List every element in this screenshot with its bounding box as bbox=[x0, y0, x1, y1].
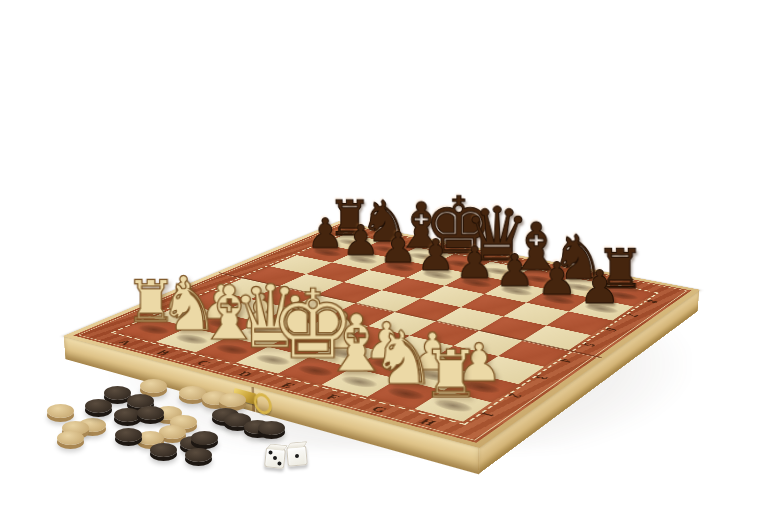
black-pawn-glyph: ♟ bbox=[342, 220, 379, 262]
checker-disc-dark bbox=[150, 443, 177, 457]
die-pip bbox=[295, 454, 299, 458]
die-1-showing-3 bbox=[264, 447, 286, 469]
checker-disc-light bbox=[47, 404, 74, 418]
checker-disc-light bbox=[140, 379, 167, 393]
black-pawn-glyph: ♟ bbox=[495, 248, 535, 292]
white-rook-glyph: ♜ bbox=[421, 341, 480, 407]
black-pawn-glyph: ♟ bbox=[579, 264, 620, 310]
checker-disc-light bbox=[219, 393, 246, 407]
die-pip bbox=[273, 456, 277, 460]
checker-disc-dark bbox=[185, 448, 212, 462]
product-photo-scene: ABCDEFGH 12345678 ♜♞♝♚♛♝♞♜♟♟♟♟♟♟♟♟♟♟♟♟♟♟… bbox=[0, 0, 769, 525]
checker-disc-dark bbox=[85, 399, 112, 413]
die-pip bbox=[269, 451, 273, 455]
black-pawn-glyph: ♟ bbox=[379, 226, 417, 268]
checker-disc-light bbox=[57, 431, 84, 445]
black-pawn-glyph: ♟ bbox=[536, 256, 576, 301]
black-pawn-glyph: ♟ bbox=[307, 213, 344, 254]
checker-disc-dark bbox=[115, 428, 142, 442]
black-pawn-glyph: ♟ bbox=[455, 241, 494, 285]
die-2-showing-1 bbox=[286, 445, 308, 467]
checker-disc-dark bbox=[191, 431, 218, 445]
black-pawn-glyph: ♟ bbox=[416, 234, 455, 277]
checker-disc-dark bbox=[137, 406, 164, 420]
die-pip bbox=[277, 461, 281, 465]
checker-disc-dark bbox=[258, 421, 285, 435]
